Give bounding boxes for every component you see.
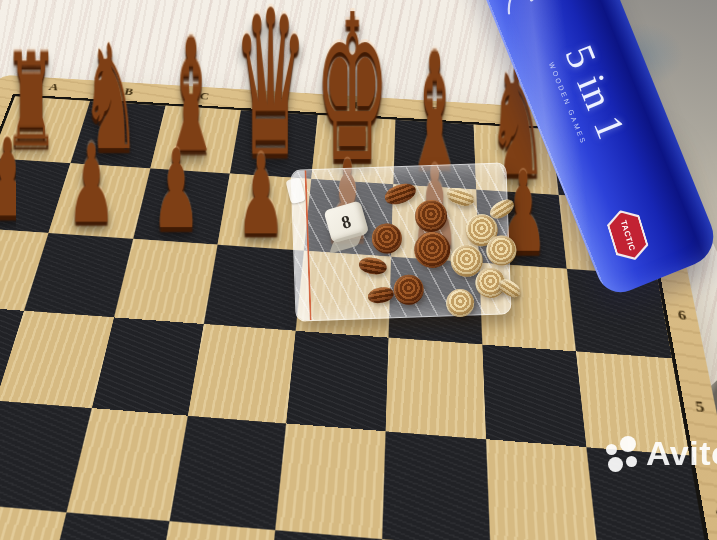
checker-dark: [415, 199, 448, 232]
black-pawn[interactable]: ♟: [133, 141, 219, 239]
square-c7[interactable]: ♟: [133, 168, 230, 244]
checker-dark: [414, 231, 451, 268]
square-f5[interactable]: [385, 338, 485, 439]
square-f4[interactable]: [382, 431, 490, 540]
checkers-bag[interactable]: 8: [290, 162, 511, 321]
checker-dark: [393, 274, 424, 305]
box-subtitle: WOODEN GAMES: [548, 61, 588, 146]
square-g4[interactable]: [485, 439, 598, 540]
watermark: Avito: [604, 434, 717, 473]
square-g5[interactable]: [482, 345, 587, 447]
die-value: 8: [339, 211, 353, 234]
checker-light: [445, 185, 477, 209]
square-d6[interactable]: [204, 244, 304, 331]
script-logo-mark: [496, 0, 550, 20]
checker-light: [446, 288, 475, 317]
checker-dark: [367, 286, 395, 305]
checker-dark: [371, 223, 402, 254]
black-pawn[interactable]: ♟: [48, 136, 134, 234]
avito-logo-icon: [604, 435, 640, 473]
box-title: 5 in 1: [556, 38, 636, 146]
square-b4[interactable]: [0, 400, 91, 511]
square-d5[interactable]: [188, 324, 295, 423]
tactic-logo-text: TACTIC: [619, 219, 637, 252]
square-e4[interactable]: [275, 423, 385, 538]
checker-dark: [358, 256, 388, 277]
square-d4[interactable]: [170, 416, 286, 530]
square-c6[interactable]: [113, 238, 218, 324]
black-pawn[interactable]: ♟: [0, 131, 50, 228]
watermark-text: Avito: [646, 434, 717, 473]
square-e5[interactable]: [286, 331, 388, 431]
checker-dark: [382, 180, 418, 208]
tactic-logo: TACTIC: [604, 205, 652, 265]
